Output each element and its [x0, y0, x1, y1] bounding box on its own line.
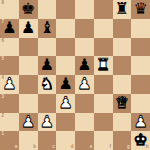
square-c2[interactable]: ♟	[38, 113, 57, 132]
square-h6[interactable]	[131, 38, 150, 57]
piece-black-pawn-icon[interactable]: ♟	[0, 19, 19, 38]
square-b7[interactable]: ♟	[19, 19, 38, 38]
square-a7[interactable]: 7♟	[0, 19, 19, 38]
square-c7[interactable]: ♝	[38, 19, 57, 38]
square-h7[interactable]	[131, 19, 150, 38]
file-label-f: f	[110, 145, 112, 150]
square-f3[interactable]	[94, 94, 113, 113]
rank-label-2: 2	[2, 114, 5, 119]
chess-board[interactable]: 8♚♜♛7♟♟♝65♟♟♜4♟♞♟♟3♟♛2♟♟♟1abcdefgh♚	[0, 0, 150, 150]
piece-white-queen-icon[interactable]: ♛	[113, 94, 132, 113]
square-a1[interactable]: 1a	[0, 131, 19, 150]
square-d3[interactable]: ♟	[56, 94, 75, 113]
square-g4[interactable]	[113, 75, 132, 94]
square-h3[interactable]	[131, 94, 150, 113]
square-f1[interactable]: f	[94, 131, 113, 150]
square-a5[interactable]: 5	[0, 56, 19, 75]
square-e4[interactable]: ♟	[75, 75, 94, 94]
piece-black-queen-icon[interactable]: ♛	[131, 0, 150, 19]
square-d1[interactable]: d	[56, 131, 75, 150]
square-d5[interactable]	[56, 56, 75, 75]
piece-black-pawn-icon[interactable]: ♟	[19, 19, 38, 38]
piece-white-pawn-icon[interactable]: ♟	[56, 94, 75, 113]
piece-white-king-icon[interactable]: ♚	[131, 131, 150, 150]
square-e2[interactable]	[75, 113, 94, 132]
square-d7[interactable]	[56, 19, 75, 38]
square-g6[interactable]	[113, 38, 132, 57]
piece-white-rook-icon[interactable]: ♜	[94, 56, 113, 75]
piece-white-pawn-icon[interactable]: ♟	[0, 75, 19, 94]
square-c1[interactable]: c	[38, 131, 57, 150]
square-g7[interactable]	[113, 19, 132, 38]
square-g2[interactable]	[113, 113, 132, 132]
chess-board-wrap: 8♚♜♛7♟♟♝65♟♟♜4♟♞♟♟3♟♛2♟♟♟1abcdefgh♚	[0, 0, 150, 150]
piece-white-pawn-icon[interactable]: ♟	[131, 113, 150, 132]
square-c4[interactable]: ♞	[38, 75, 57, 94]
piece-black-bishop-icon[interactable]: ♝	[38, 19, 57, 38]
square-d6[interactable]	[56, 38, 75, 57]
square-h4[interactable]	[131, 75, 150, 94]
square-b1[interactable]: b	[19, 131, 38, 150]
square-b6[interactable]	[19, 38, 38, 57]
piece-black-pawn-icon[interactable]: ♟	[38, 56, 57, 75]
square-f6[interactable]	[94, 38, 113, 57]
square-b4[interactable]	[19, 75, 38, 94]
square-b3[interactable]	[19, 94, 38, 113]
rank-label-6: 6	[2, 39, 5, 44]
square-f2[interactable]	[94, 113, 113, 132]
rank-label-1: 1	[2, 132, 5, 137]
piece-white-knight-icon[interactable]: ♞	[38, 75, 57, 94]
square-c3[interactable]	[38, 94, 57, 113]
file-label-c: c	[52, 145, 55, 150]
square-d8[interactable]	[56, 0, 75, 19]
square-c5[interactable]: ♟	[38, 56, 57, 75]
file-label-e: e	[90, 145, 93, 150]
square-b2[interactable]: ♟	[19, 113, 38, 132]
piece-black-rook-icon[interactable]: ♜	[113, 0, 132, 19]
square-g5[interactable]	[113, 56, 132, 75]
piece-white-pawn-icon[interactable]: ♟	[75, 75, 94, 94]
square-f4[interactable]	[94, 75, 113, 94]
square-f7[interactable]	[94, 19, 113, 38]
file-label-d: d	[71, 145, 74, 150]
rank-label-5: 5	[2, 57, 5, 62]
square-h2[interactable]: ♟	[131, 113, 150, 132]
square-a2[interactable]: 2	[0, 113, 19, 132]
square-d2[interactable]	[56, 113, 75, 132]
file-label-a: a	[15, 145, 18, 150]
square-e8[interactable]	[75, 0, 94, 19]
square-h5[interactable]	[131, 56, 150, 75]
rank-label-8: 8	[2, 1, 5, 6]
piece-black-pawn-icon[interactable]: ♟	[56, 75, 75, 94]
square-f5[interactable]: ♜	[94, 56, 113, 75]
square-c8[interactable]	[38, 0, 57, 19]
square-c6[interactable]	[38, 38, 57, 57]
square-e6[interactable]	[75, 38, 94, 57]
square-h1[interactable]: h♚	[131, 131, 150, 150]
square-f8[interactable]	[94, 0, 113, 19]
square-e7[interactable]	[75, 19, 94, 38]
square-e5[interactable]: ♟	[75, 56, 94, 75]
square-g3[interactable]: ♛	[113, 94, 132, 113]
square-g1[interactable]: g	[113, 131, 132, 150]
square-d4[interactable]: ♟	[56, 75, 75, 94]
piece-white-pawn-icon[interactable]: ♟	[38, 113, 57, 132]
square-a6[interactable]: 6	[0, 38, 19, 57]
file-label-b: b	[33, 145, 36, 150]
square-e3[interactable]	[75, 94, 94, 113]
square-b5[interactable]	[19, 56, 38, 75]
piece-black-king-icon[interactable]: ♚	[19, 0, 38, 19]
square-e1[interactable]: e	[75, 131, 94, 150]
square-a8[interactable]: 8	[0, 0, 19, 19]
square-g8[interactable]: ♜	[113, 0, 132, 19]
square-b8[interactable]: ♚	[19, 0, 38, 19]
file-label-g: g	[127, 145, 130, 150]
square-a3[interactable]: 3	[0, 94, 19, 113]
square-a4[interactable]: 4♟	[0, 75, 19, 94]
piece-white-pawn-icon[interactable]: ♟	[19, 113, 38, 132]
rank-label-3: 3	[2, 95, 5, 100]
square-h8[interactable]: ♛	[131, 0, 150, 19]
piece-black-pawn-icon[interactable]: ♟	[75, 56, 94, 75]
